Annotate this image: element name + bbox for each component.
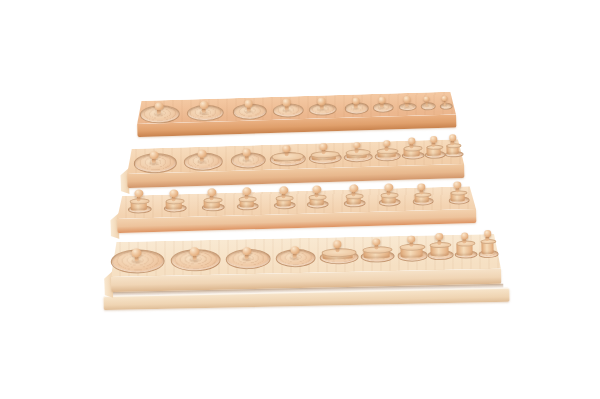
cylinder-2-8-knob [408, 138, 415, 145]
cylinder-1-3-neck [247, 107, 251, 112]
cylinder-1-3-knob [244, 100, 252, 107]
cylinder-4-8-neck [438, 240, 442, 245]
cylinder-4-7-knob [407, 236, 415, 243]
cylinder-block-1-back [136, 92, 456, 137]
cylinder-1-4-knob [282, 99, 290, 106]
cylinder-4-10-knob [484, 230, 491, 236]
cylinder-4-5-neck [336, 247, 340, 252]
cylinder-1-1-knob [154, 102, 163, 110]
cylinder-2-3-neck [245, 155, 249, 160]
cylinders-layer [116, 186, 476, 233]
cylinder-4-9-neck [463, 238, 466, 243]
cylinders-layer [110, 234, 501, 310]
cylinder-3-4-knob [242, 187, 251, 195]
cylinder-2-9-knob [430, 136, 437, 143]
cylinder-block-3 [116, 186, 476, 233]
cylinder-4-1-knob [131, 248, 141, 257]
cylinder-3-1-knob [134, 189, 143, 197]
cylinder-2-7-knob [383, 140, 390, 147]
cylinder-4-6-knob [372, 238, 380, 245]
cylinder-4-5-knob [333, 241, 341, 248]
cylinder-1-9-knob [423, 96, 429, 102]
cylinder-1-8-neck [405, 102, 408, 107]
cylinder-1-5-neck [320, 104, 324, 109]
cylinder-2-7-neck [385, 146, 388, 151]
cylinder-4-10-neck [486, 236, 489, 241]
cylinder-2-4-knob [282, 145, 290, 152]
cylinders-layer [136, 92, 456, 137]
cylinder-2-2-knob [197, 149, 206, 157]
cylinder-1-8-knob [403, 96, 410, 103]
cylinder-4-9-knob [461, 233, 468, 239]
cylinder-3-5-knob [279, 186, 288, 194]
cylinder-2-1-knob [149, 151, 158, 159]
cylinder-4-3-knob [242, 247, 251, 255]
cylinder-1-7-neck [380, 103, 383, 108]
cylinder-3-10-neck [456, 187, 460, 192]
cylinders-layer [126, 139, 464, 188]
cylinder-1-6-neck [354, 103, 357, 108]
cylinder-3-6-knob [312, 185, 321, 193]
cylinder-3-8-knob [384, 183, 393, 191]
cylinder-1-6-knob [352, 98, 359, 105]
cylinder-2-5-knob [319, 143, 327, 150]
cylinder-3-9-neck [420, 189, 424, 194]
cylinder-2-10-knob [449, 135, 456, 142]
cylinder-2-6-knob [353, 142, 360, 149]
cylinder-3-2-knob [169, 189, 178, 197]
cylinder-4-4-knob [290, 246, 299, 254]
cylinder-1-10-neck [443, 101, 446, 106]
cylinder-1-9-neck [425, 101, 428, 106]
cylinder-4-8-knob [435, 233, 443, 240]
cylinder-2-6-neck [355, 148, 358, 153]
cylinder-block-4-front [110, 234, 501, 310]
cylinder-1-7-knob [378, 97, 385, 104]
cylinder-3-3-knob [207, 188, 216, 196]
cylinder-2-3-knob [242, 149, 250, 156]
cylinder-4-6-neck [375, 245, 379, 250]
cylinder-4-2-knob [189, 247, 199, 256]
cylinder-2-10-neck [451, 140, 454, 145]
cylinder-2-8-neck [410, 143, 413, 148]
cylinder-3-7-knob [349, 184, 358, 192]
cylinder-1-5-knob [317, 98, 325, 105]
cylinder-1-4-neck [285, 106, 289, 111]
cylinder-2-5-neck [322, 149, 326, 154]
cylinder-3-9-knob [417, 183, 425, 190]
cylinder-1-10-knob [441, 96, 447, 102]
cylinder-2-4-neck [285, 151, 289, 156]
cylinder-3-10-knob [453, 181, 461, 188]
cylinder-1-2-knob [199, 100, 208, 108]
cylinder-2-9-neck [432, 142, 435, 147]
cylinder-block-2 [126, 139, 464, 188]
product-photo-montessori-cylinder-blocks [0, 0, 600, 399]
